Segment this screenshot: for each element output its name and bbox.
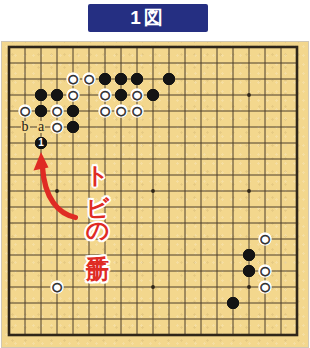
stone-black: ● bbox=[145, 87, 161, 103]
point-label-text: a bbox=[37, 121, 45, 133]
stone-white: ○ bbox=[49, 119, 65, 135]
stone-white: ○ bbox=[49, 279, 65, 295]
stone-black: ● bbox=[65, 119, 81, 135]
point-label-text: b bbox=[21, 121, 30, 133]
figure-title: 1図 bbox=[130, 5, 166, 31]
stone-white: ○ bbox=[97, 103, 113, 119]
figure-title-banner: 1図 bbox=[88, 4, 208, 32]
stone-white: ○ bbox=[81, 71, 97, 87]
stone-white: ○ bbox=[257, 279, 273, 295]
stone-white: ○ bbox=[17, 103, 33, 119]
stones-layer: ○○●●●●●●○○●○●○●○●○○○○●●1○●●○○○●ba bbox=[1, 39, 305, 343]
point-label-b: b bbox=[17, 119, 33, 135]
annotation-text: トビの手筋 bbox=[83, 149, 114, 242]
stone-black: ● bbox=[33, 103, 49, 119]
stone-black: ● bbox=[241, 263, 257, 279]
point-label-a: a bbox=[33, 119, 49, 135]
go-diagram-page: 1図 ○○●●●●●●○○●○●○●○●○○○○●●1○●●○○○●ba トビの… bbox=[0, 0, 310, 348]
stone-white: ○ bbox=[129, 103, 145, 119]
marked-stone: ●1 bbox=[33, 135, 49, 151]
go-board: ○○●●●●●●○○●○●○●○●○○○○●●1○●●○○○●ba bbox=[2, 42, 308, 347]
stone-black: ● bbox=[225, 295, 241, 311]
move-number: 1 bbox=[33, 135, 49, 151]
stone-black: ● bbox=[161, 71, 177, 87]
stone-white: ○ bbox=[113, 103, 129, 119]
stone-white: ○ bbox=[257, 231, 273, 247]
